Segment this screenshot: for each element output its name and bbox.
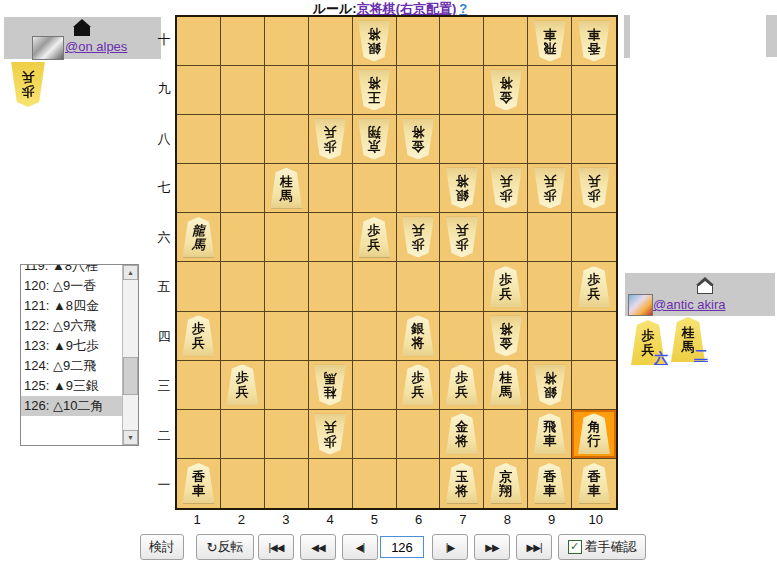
shogi-piece-歩兵-4八[interactable]: 歩兵 [313,119,347,160]
shogi-piece-京翔-5八[interactable]: 京翔 [357,119,391,160]
move-list-item[interactable]: 121: ▲8四金 [21,296,123,316]
board-cell-3二[interactable] [265,410,309,459]
board-cell-4三[interactable]: 桂馬 [309,361,353,410]
rule-link[interactable]: 京将棋(右京配置) [357,1,457,16]
board-cell-10三[interactable] [572,361,616,410]
file-label-1: 1 [175,512,219,528]
file-label-2: 2 [219,512,263,528]
board-cell-10九[interactable] [572,66,616,115]
shogi-piece-桂馬-3七[interactable]: 桂馬 [269,168,303,209]
board-cell-1一[interactable]: 香車 [177,459,221,508]
house-filled-icon [74,27,90,36]
board-cell-2十[interactable] [221,17,265,66]
shogi-piece-歩兵-7三[interactable]: 歩兵 [445,364,479,405]
board-cell-4九[interactable] [309,66,353,115]
board-cell-6八[interactable]: 金将 [397,115,441,164]
shogi-piece-香車-1一[interactable]: 香車 [181,463,215,504]
move-list-item[interactable]: 120: △9一香 [21,276,123,296]
page-title: ルール:京将棋(右京配置)? [140,0,640,15]
board-cell-3五[interactable] [265,262,309,311]
board-cell-10一[interactable]: 香車 [572,459,616,508]
board-cell-2五[interactable] [221,262,265,311]
shogi-piece-歩兵-2三[interactable]: 歩兵 [225,364,259,405]
board-cell-7五[interactable] [440,262,484,311]
rank-label-二: 二 [155,411,173,461]
board-cell-6九[interactable] [397,66,441,115]
gray-strip-right [766,15,777,57]
board-cell-1四[interactable]: 歩兵 [177,312,221,361]
kyo-shogi-app: ルール:京将棋(右京配置)? @on alpes 歩兵 十九八七六五四三二一 銀… [0,0,777,565]
nav-last-button[interactable]: ▶▶| [516,534,552,560]
player-name-top[interactable]: @on alpes [65,39,127,54]
shogi-piece-桂馬-8三[interactable]: 桂馬 [489,364,523,405]
board-cell-9六[interactable] [528,213,572,262]
shogi-piece-飛車-9二[interactable]: 飛車 [533,413,567,454]
nav-forward-button[interactable]: |▶ [432,534,468,560]
board-cell-4二[interactable]: 歩兵 [309,410,353,459]
rank-label-一: 一 [155,461,173,511]
board-cell-8十[interactable] [484,17,528,66]
board-cell-7一[interactable]: 玉将 [440,459,484,508]
board-cell-2一[interactable] [221,459,265,508]
board-cell-3七[interactable]: 桂馬 [265,164,309,213]
board-cell-9五[interactable] [528,262,572,311]
scroll-up-arrow-icon[interactable]: ▲ [123,265,138,280]
shogi-piece-王将-5九[interactable]: 王将 [357,70,391,111]
move-list-item[interactable]: 126: △10二角 [21,396,123,416]
board-cell-8一[interactable]: 京翔 [484,459,528,508]
board-cell-6一[interactable] [397,459,441,508]
file-label-6: 6 [396,512,440,528]
move-list-item[interactable]: 125: ▲9三銀 [21,376,123,396]
board-cell-10六[interactable] [572,213,616,262]
shogi-piece-銀将-7七[interactable]: 銀将 [445,168,479,209]
hand-piece-歩兵[interactable]: 歩兵 [10,62,46,107]
board-cell-5三[interactable] [353,361,397,410]
shogi-piece-角行-10二[interactable]: 角行 [577,413,611,454]
board-cell-3八[interactable] [265,115,309,164]
file-label-9: 9 [529,512,573,528]
board-cell-9二[interactable]: 飛車 [528,410,572,459]
board-cell-4五[interactable] [309,262,353,311]
board-cell-9四[interactable] [528,312,572,361]
board-cell-10七[interactable]: 歩兵 [572,164,616,213]
board-cell-10八[interactable] [572,115,616,164]
rank-labels: 十九八七六五四三二一 [155,15,173,510]
rank-label-六: 六 [155,213,173,263]
rank-label-三: 三 [155,362,173,412]
board-cell-4八[interactable]: 歩兵 [309,115,353,164]
board-cell-8六[interactable] [484,213,528,262]
shogi-piece-龍馬-1六[interactable]: 龍馬 [181,217,215,258]
file-label-7: 7 [441,512,485,528]
move-list-items: 119: ▲8八桂120: △9一香121: ▲8四金122: △9六飛123:… [21,265,123,445]
move-list-scrollbar[interactable]: ▲ ▼ [122,265,138,445]
board-cell-10四[interactable] [572,312,616,361]
confirm-move-button[interactable]: ✓着手確認 [558,534,646,560]
shogi-piece-金将-6八[interactable]: 金将 [401,119,435,160]
board-cell-4一[interactable] [309,459,353,508]
board-cell-7二[interactable]: 金将 [440,410,484,459]
board-cell-9九[interactable] [528,66,572,115]
board-cell-1二[interactable] [177,410,221,459]
shogi-piece-金将-8九[interactable]: 金将 [489,70,523,111]
nav-back-button[interactable]: ◀| [342,534,378,560]
board-cell-8三[interactable]: 桂馬 [484,361,528,410]
shogi-piece-桂馬-4三[interactable]: 桂馬 [313,364,347,405]
rule-prefix: ルール: [313,1,357,16]
board-cell-9十[interactable]: 飛車 [528,17,572,66]
board-cell-6二[interactable] [397,410,441,459]
rank-label-八: 八 [155,114,173,164]
shogi-piece-香車-9一[interactable]: 香車 [533,463,567,504]
rank-label-四: 四 [155,312,173,362]
shogi-piece-金将-7二[interactable]: 金将 [445,413,479,454]
board-cell-7三[interactable]: 歩兵 [440,361,484,410]
nav-forward10-button[interactable]: ▶▶ [474,534,510,560]
board-cell-10十[interactable]: 香車 [572,17,616,66]
shogi-piece-京翔-8一[interactable]: 京翔 [489,463,523,504]
board-cell-5九[interactable]: 王将 [353,66,397,115]
check-icon: ✓ [568,540,582,554]
board-cell-2三[interactable]: 歩兵 [221,361,265,410]
board-cell-6六[interactable]: 歩兵 [397,213,441,262]
shogi-piece-歩兵-6三[interactable]: 歩兵 [401,364,435,405]
nav-back10-button[interactable]: ◀◀ [300,534,336,560]
board-cell-7八[interactable] [440,115,484,164]
shogi-piece-歩兵-7六[interactable]: 歩兵 [445,217,479,258]
shogi-piece-銀将-5十[interactable]: 銀将 [357,21,391,62]
board-cell-3四[interactable] [265,312,309,361]
board-cell-7十[interactable] [440,17,484,66]
file-label-10: 10 [574,512,618,528]
player-panel-bottom: @antic akira [625,273,775,316]
shogi-piece-飛車-9十[interactable]: 飛車 [533,21,567,62]
shogi-piece-歩兵-4二[interactable]: 歩兵 [313,413,347,454]
board-cell-3六[interactable] [265,213,309,262]
hand-count: 二 [694,347,708,365]
board-cell-7四[interactable] [440,312,484,361]
board-cell-8八[interactable] [484,115,528,164]
file-label-3: 3 [264,512,308,528]
board-cell-7九[interactable] [440,66,484,115]
file-labels: 12345678910 [175,512,618,528]
shogi-piece-香車-10一[interactable]: 香車 [577,463,611,504]
player-name-bottom[interactable]: @antic akira [653,297,725,312]
shogi-piece-歩兵-6六[interactable]: 歩兵 [401,217,435,258]
shogi-piece-銀将-9三[interactable]: 銀将 [533,364,567,405]
board-cell-2四[interactable] [221,312,265,361]
board-cell-8七[interactable]: 歩兵 [484,164,528,213]
shogi-piece-玉将-7一[interactable]: 玉将 [445,463,479,504]
avatar-antic-akira [628,294,653,316]
board-cell-3十[interactable] [265,17,309,66]
shogi-piece-歩兵-10七[interactable]: 歩兵 [577,168,611,209]
board-cell-2八[interactable] [221,115,265,164]
board-cell-2二[interactable] [221,410,265,459]
move-number-input[interactable] [380,536,424,558]
board-cell-6五[interactable] [397,262,441,311]
board-cell-3三[interactable] [265,361,309,410]
analysis-button[interactable]: 検討 [140,534,184,560]
shogi-piece-歩兵-5六[interactable]: 歩兵 [357,217,391,258]
house-outline-icon [697,285,713,294]
nav-first-button[interactable]: |◀◀ [258,534,294,560]
board-cell-6四[interactable]: 銀将 [397,312,441,361]
board-cell-2九[interactable] [221,66,265,115]
board-cell-5八[interactable]: 京翔 [353,115,397,164]
board-cell-5十[interactable]: 銀将 [353,17,397,66]
board-cell-5五[interactable] [353,262,397,311]
board-cell-2七[interactable] [221,164,265,213]
board-cell-1六[interactable]: 龍馬 [177,213,221,262]
board-cell-9八[interactable] [528,115,572,164]
board-cell-8四[interactable]: 金将 [484,312,528,361]
move-list: 119: ▲8八桂120: △9一香121: ▲8四金122: △9六飛123:… [20,264,139,446]
rank-label-九: 九 [155,65,173,115]
board-cell-1九[interactable] [177,66,221,115]
board-cell-8二[interactable] [484,410,528,459]
board-cell-1三[interactable] [177,361,221,410]
shogi-board: 銀将飛車香車王将金将歩兵京翔金将桂馬銀将歩兵歩兵歩兵龍馬歩兵歩兵歩兵歩兵歩兵歩兵… [175,15,618,510]
board-cell-8五[interactable]: 歩兵 [484,262,528,311]
board-cell-1十[interactable] [177,17,221,66]
help-link[interactable]: ? [459,1,467,16]
board-cell-1五[interactable] [177,262,221,311]
board-cell-6七[interactable] [397,164,441,213]
move-list-item[interactable]: 123: ▲9七歩 [21,336,123,356]
move-list-item[interactable]: 122: △9六飛 [21,316,123,336]
flip-board-button[interactable]: ↻反転 [196,534,254,560]
board-cell-10五[interactable]: 歩兵 [572,262,616,311]
board-cell-4十[interactable] [309,17,353,66]
board-cell-5二[interactable] [353,410,397,459]
board-cell-3九[interactable] [265,66,309,115]
board-cell-4七[interactable] [309,164,353,213]
avatar-on-alpes [32,36,64,60]
board-cell-6三[interactable]: 歩兵 [397,361,441,410]
shogi-piece-香車-10十[interactable]: 香車 [577,21,611,62]
hand-count: 六 [654,350,668,368]
board-cell-3一[interactable] [265,459,309,508]
shogi-piece-歩兵-8五[interactable]: 歩兵 [489,266,523,307]
board-cell-9三[interactable]: 銀将 [528,361,572,410]
file-label-4: 4 [308,512,352,528]
shogi-piece-銀将-6四[interactable]: 銀将 [401,315,435,356]
board-cell-10二[interactable]: 角行 [572,410,616,459]
board-cell-1八[interactable] [177,115,221,164]
file-label-8: 8 [485,512,529,528]
gray-strip-left [624,15,630,58]
board-cell-8九[interactable]: 金将 [484,66,528,115]
move-list-item[interactable]: 124: △9二飛 [21,356,123,376]
move-list-item[interactable]: 119: ▲8八桂 [21,265,123,276]
scrollbar-thumb[interactable] [123,357,138,395]
board-cell-5一[interactable] [353,459,397,508]
board-cell-5四[interactable] [353,312,397,361]
rank-label-十: 十 [155,15,173,65]
board-cell-2六[interactable] [221,213,265,262]
shogi-piece-歩兵-1四[interactable]: 歩兵 [181,315,215,356]
shogi-piece-歩兵-10五[interactable]: 歩兵 [577,266,611,307]
board-cell-7六[interactable]: 歩兵 [440,213,484,262]
board-cell-5七[interactable] [353,164,397,213]
shogi-piece-金将-8四[interactable]: 金将 [489,315,523,356]
shogi-piece-歩兵-8七[interactable]: 歩兵 [489,168,523,209]
board-cell-4六[interactable] [309,213,353,262]
file-label-5: 5 [352,512,396,528]
board-cell-6十[interactable] [397,17,441,66]
rank-label-七: 七 [155,164,173,214]
board-cell-9一[interactable]: 香車 [528,459,572,508]
flip-icon: ↻ [207,540,218,555]
player-panel-top: @on alpes [4,17,161,59]
board-cell-4四[interactable] [309,312,353,361]
board-cell-7七[interactable]: 銀将 [440,164,484,213]
board-cell-5六[interactable]: 歩兵 [353,213,397,262]
board-cell-9七[interactable]: 歩兵 [528,164,572,213]
rank-label-五: 五 [155,263,173,313]
scroll-down-arrow-icon[interactable]: ▼ [123,430,138,445]
shogi-piece-歩兵-9七[interactable]: 歩兵 [533,168,567,209]
board-cell-1七[interactable] [177,164,221,213]
